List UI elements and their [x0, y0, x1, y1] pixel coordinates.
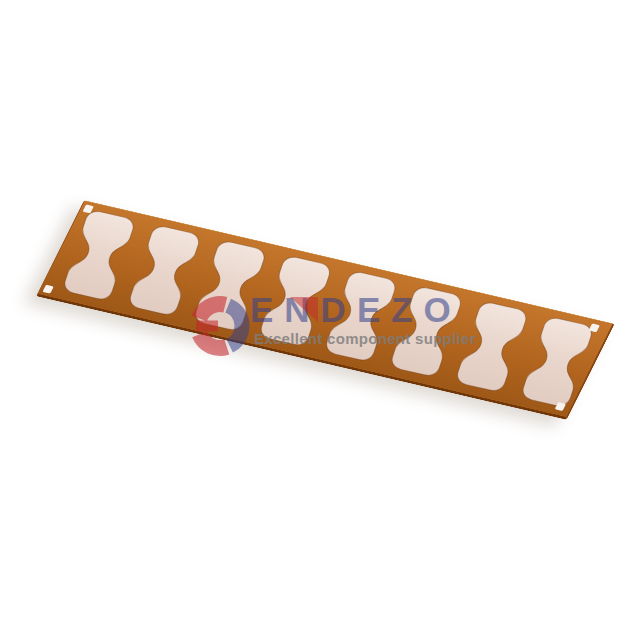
pcb-strip-svg [38, 201, 612, 417]
pcb-strip [36, 200, 615, 420]
product-photo: ENDEZO Excellent component supplier [0, 0, 640, 640]
